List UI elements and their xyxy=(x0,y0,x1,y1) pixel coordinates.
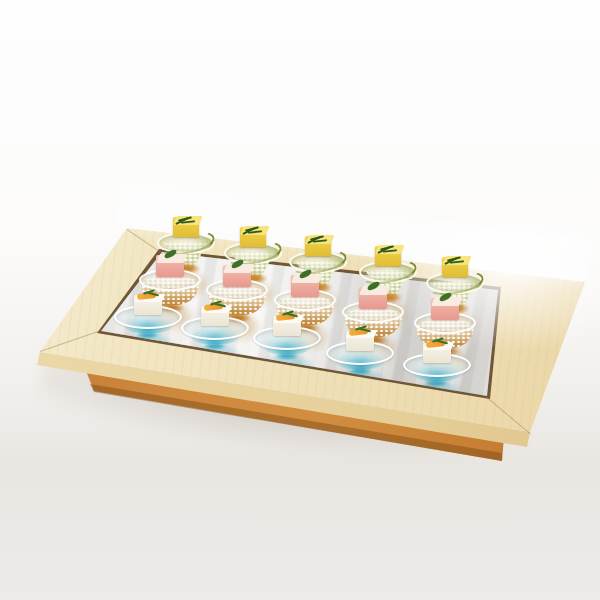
photo-scene xyxy=(0,0,600,600)
bowl-front-4 xyxy=(326,331,394,385)
bowl-front-3 xyxy=(253,316,321,370)
bowl-front-5 xyxy=(403,343,471,397)
bowl-front-1 xyxy=(114,295,182,349)
bowl-front-2 xyxy=(181,306,249,360)
